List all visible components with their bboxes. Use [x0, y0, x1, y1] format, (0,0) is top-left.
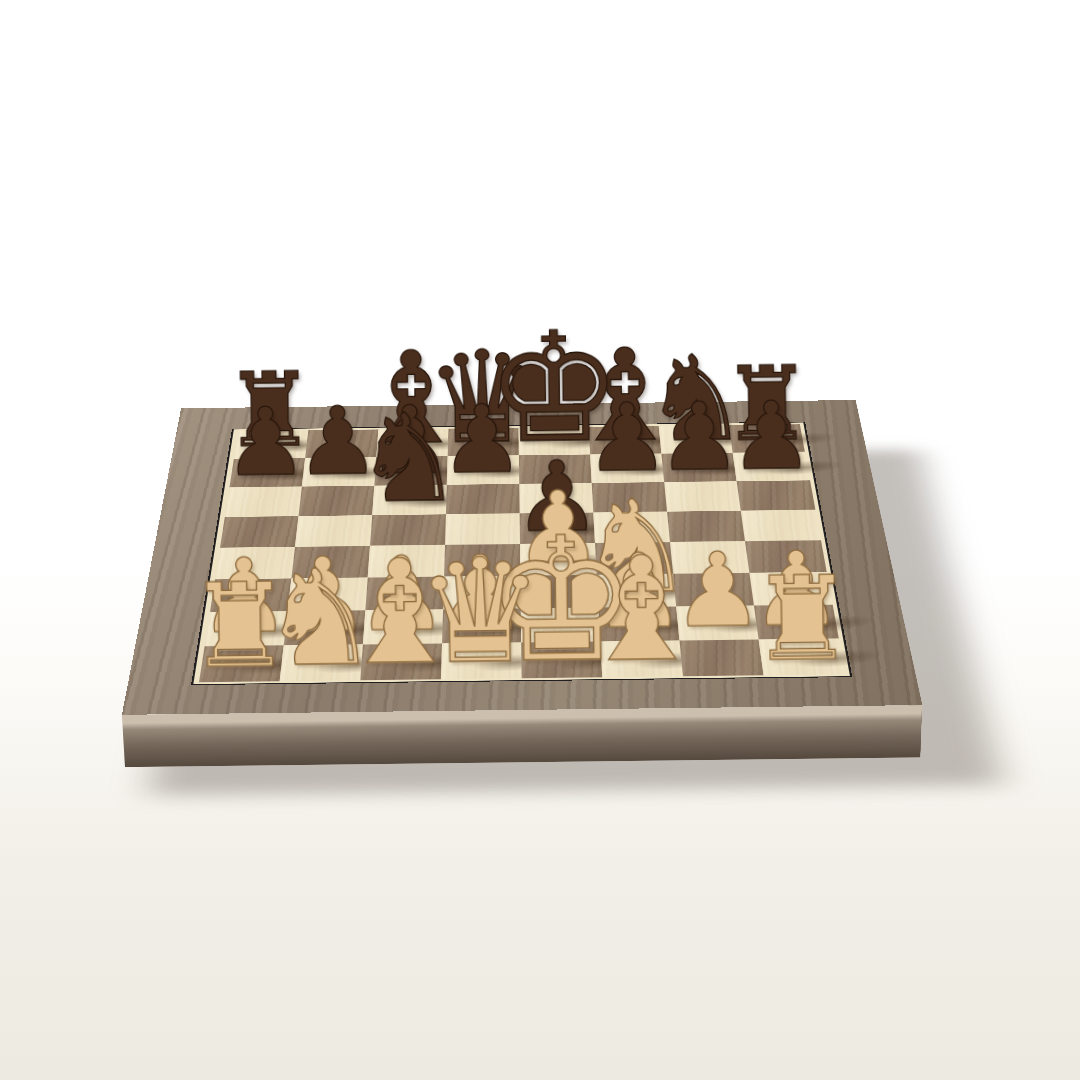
square-c6[interactable]: ♞ — [372, 485, 447, 515]
square-d1[interactable]: ♛ — [441, 643, 522, 679]
square-h7[interactable]: ♟ — [733, 452, 810, 481]
board-frame: ♜♝♛♚♝♞♜♟♟♟♟♟♟♟♞♟♟♞♟♟♟♟♟♟♟♜♞♝♛♚♝♜ — [122, 400, 922, 715]
square-a6[interactable] — [224, 486, 301, 517]
black-knight-c6[interactable]: ♞ — [354, 401, 464, 518]
perspective-wrapper: ♜♝♛♚♝♞♜♟♟♟♟♟♟♟♞♟♟♞♟♟♟♟♟♟♟♜♞♝♛♚♝♜ — [0, 0, 1080, 1080]
square-b1[interactable]: ♞ — [279, 645, 362, 681]
scene: ♜♝♛♚♝♞♜♟♟♟♟♟♟♟♞♟♟♞♟♟♟♟♟♟♟♜♞♝♛♚♝♜ — [0, 0, 1080, 1080]
square-h1[interactable]: ♜ — [759, 639, 845, 675]
square-f1[interactable]: ♝ — [600, 641, 683, 677]
white-bishop-f1[interactable]: ♝ — [576, 542, 706, 680]
white-queen-d1[interactable]: ♛ — [416, 544, 546, 682]
chess-board: ♜♝♛♚♝♞♜♟♟♟♟♟♟♟♞♟♟♞♟♟♟♟♟♟♟♜♞♝♛♚♝♜ — [122, 400, 922, 715]
square-a7[interactable]: ♟ — [229, 458, 305, 488]
square-h6[interactable] — [737, 480, 815, 510]
playing-area: ♜♝♛♚♝♞♜♟♟♟♟♟♟♟♞♟♟♞♟♟♟♟♟♟♟♜♞♝♛♚♝♜ — [191, 422, 852, 685]
black-pawn-h7[interactable]: ♟ — [729, 391, 814, 481]
white-rook-h1[interactable]: ♜ — [750, 564, 855, 675]
board-front-edge — [122, 705, 922, 767]
white-knight-b1[interactable]: ♞ — [260, 555, 380, 682]
board-grid: ♜♝♛♚♝♞♜♟♟♟♟♟♟♟♞♟♟♞♟♟♟♟♟♟♟♜♞♝♛♚♝♜ — [199, 424, 845, 682]
